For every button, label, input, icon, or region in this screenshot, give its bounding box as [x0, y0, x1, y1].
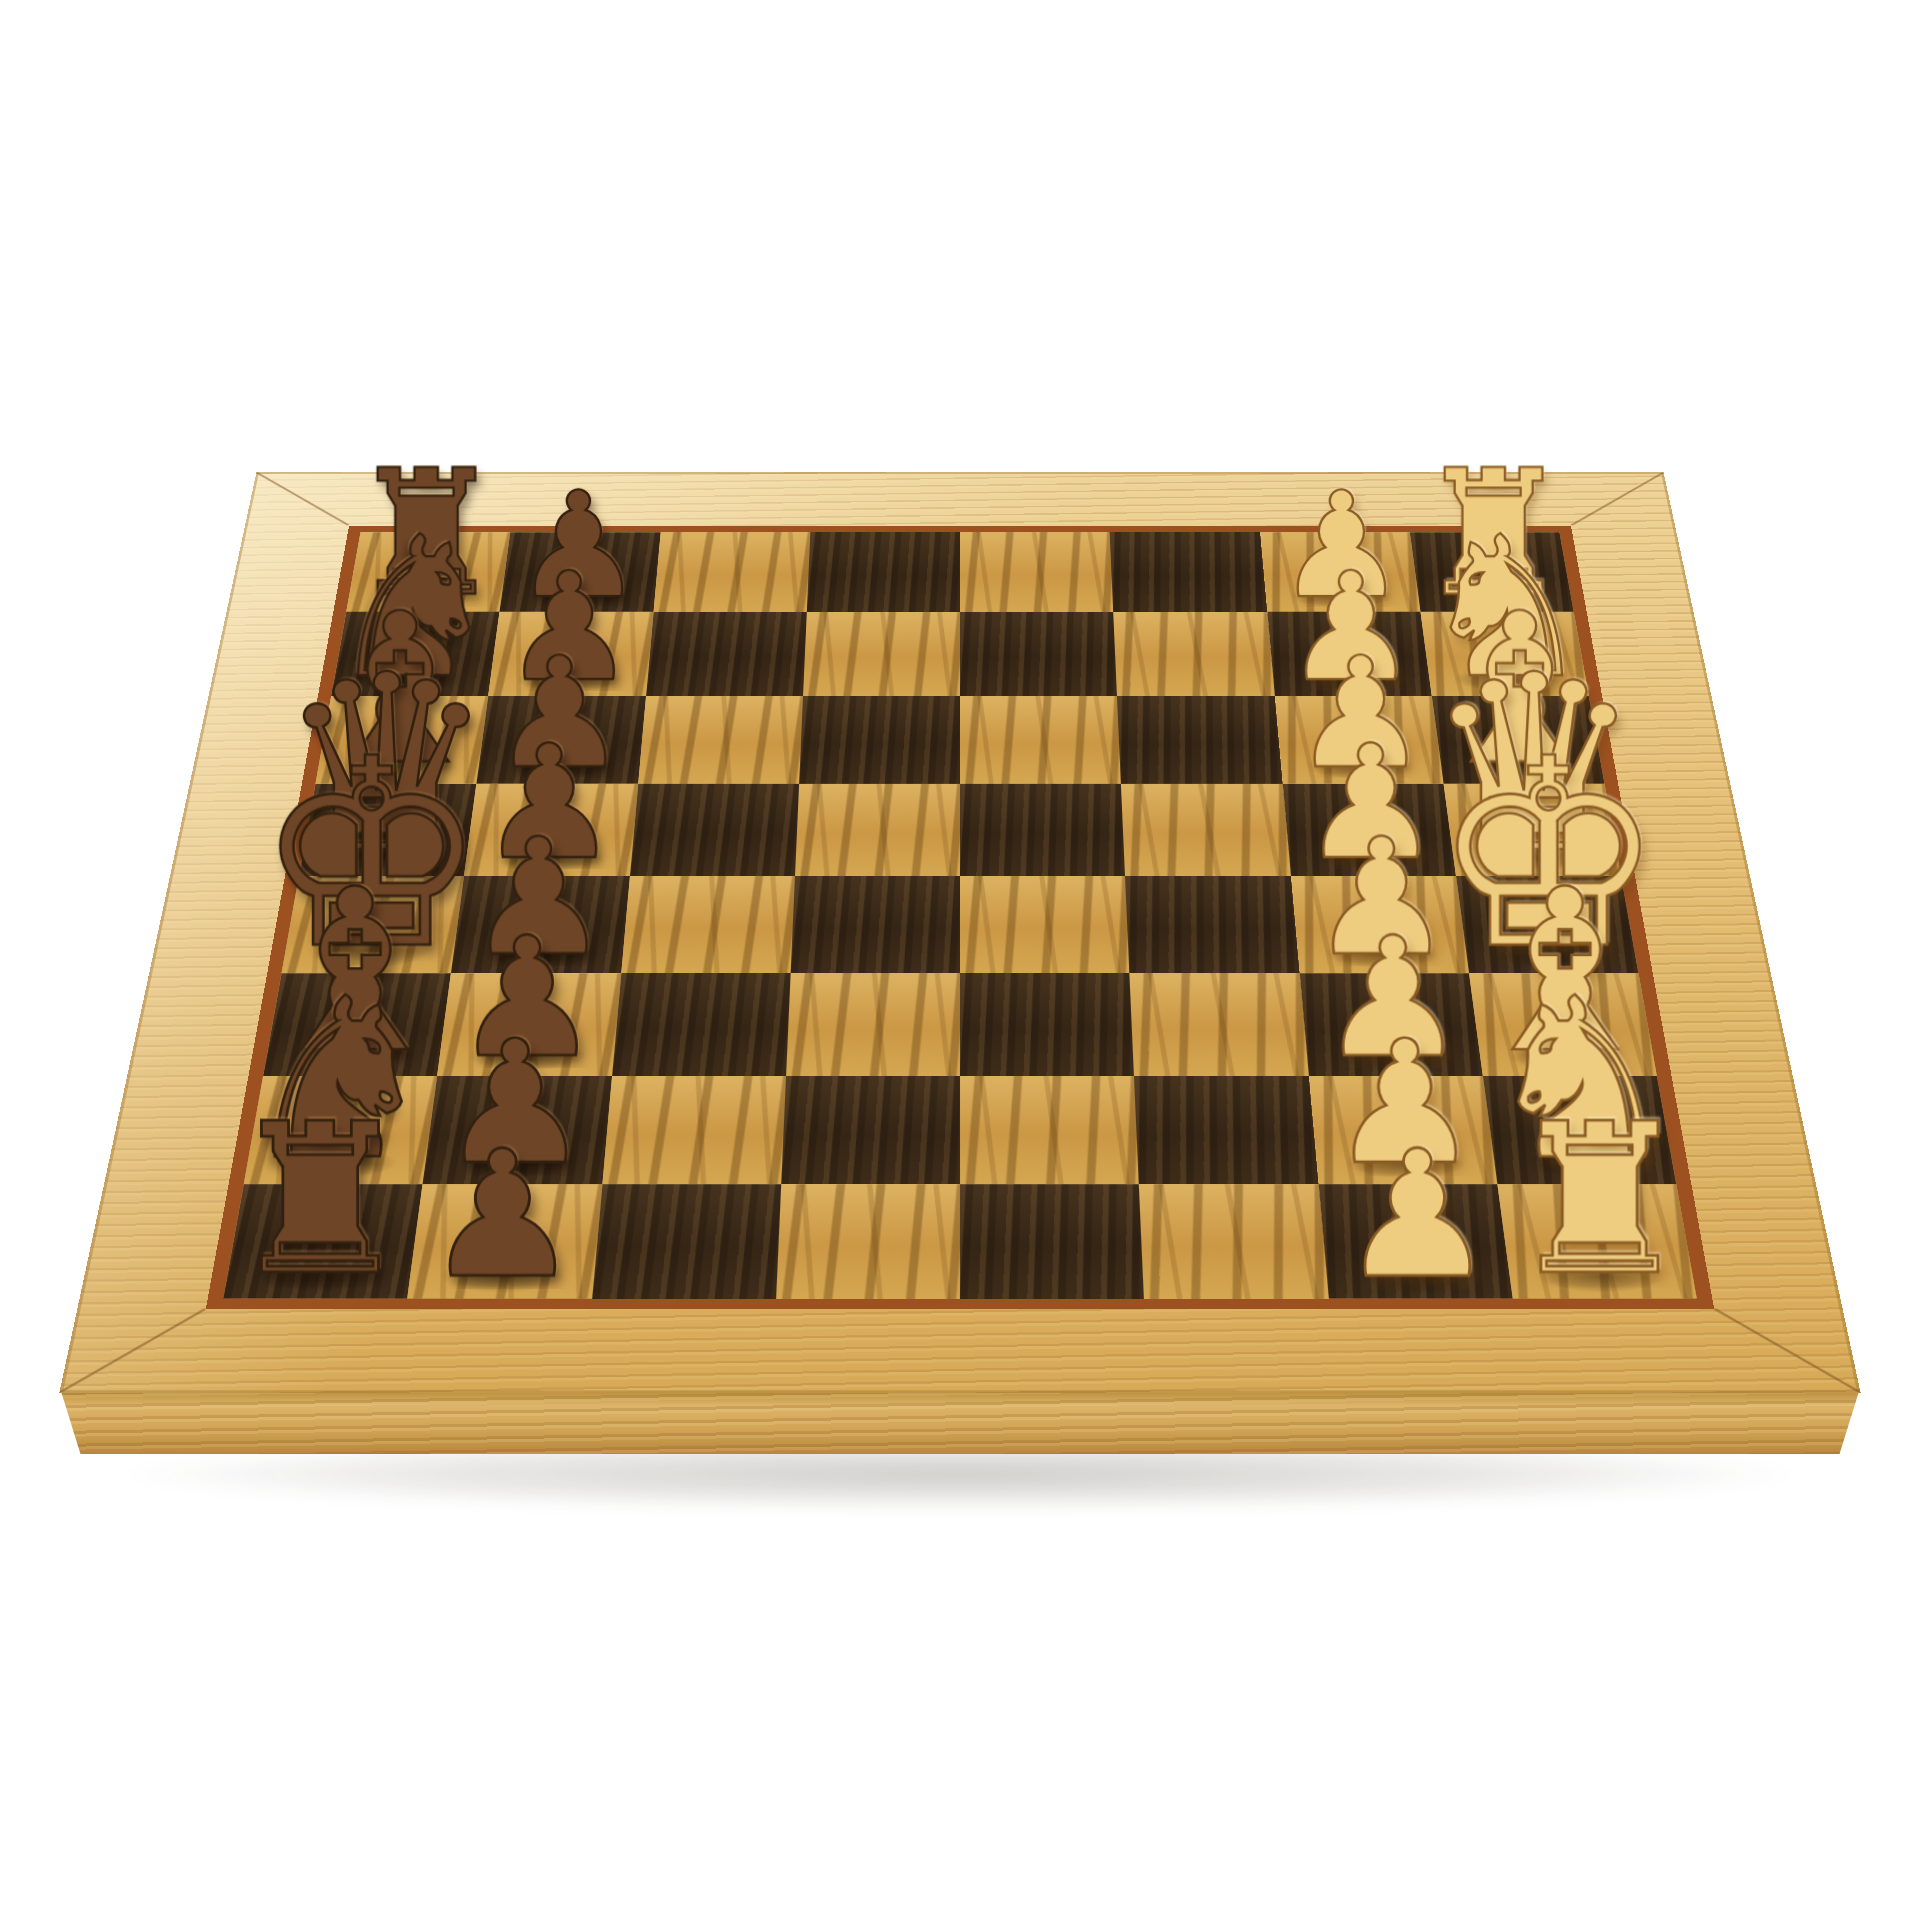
square-a4[interactable]	[960, 532, 1113, 612]
wooden-frame: ♜♟♟♜♞♟♟♞♝♟♟♝♛♟♟♛♚♟♟♚♝♟♟♝♞♟♟♞♜♟♟♜	[59, 472, 1860, 1392]
square-g6[interactable]	[602, 1076, 786, 1184]
square-b3[interactable]	[1113, 612, 1274, 696]
square-h3[interactable]	[1139, 1184, 1328, 1298]
square-h2[interactable]: ♟	[1318, 1184, 1512, 1298]
square-f4[interactable]	[960, 973, 1134, 1076]
square-e5[interactable]	[790, 876, 960, 973]
square-h1[interactable]: ♜	[1497, 1184, 1697, 1298]
frame-miter-bottom-right	[1714, 1309, 1860, 1393]
square-e4[interactable]	[960, 876, 1130, 973]
square-d3[interactable]	[1121, 784, 1290, 876]
square-a5[interactable]	[807, 532, 960, 612]
square-e3[interactable]	[1125, 876, 1299, 973]
square-b5[interactable]	[803, 612, 960, 696]
checkerboard: ♜♟♟♜♞♟♟♞♝♟♟♝♛♟♟♛♚♟♟♚♝♟♟♝♞♟♟♞♜♟♟♜	[223, 532, 1696, 1298]
square-b6[interactable]	[646, 612, 807, 696]
square-c4[interactable]	[960, 696, 1121, 784]
square-c3[interactable]	[1117, 696, 1282, 784]
square-g5[interactable]	[781, 1076, 960, 1184]
square-f6[interactable]	[612, 973, 791, 1076]
square-a6[interactable]	[653, 532, 810, 612]
white-rook-icon: ♜	[1507, 1101, 1694, 1299]
square-g3[interactable]	[1134, 1076, 1318, 1184]
square-c5[interactable]	[799, 696, 960, 784]
white-pawn-icon: ♟	[1339, 1131, 1496, 1297]
black-pawn-icon: ♟	[424, 1131, 581, 1297]
square-b4[interactable]	[960, 612, 1117, 696]
page-background: ♜♟♟♜♞♟♟♞♝♟♟♝♛♟♟♛♚♟♟♚♝♟♟♝♞♟♟♞♜♟♟♜	[0, 0, 1920, 1920]
frame-miter-bottom-left	[59, 1309, 205, 1393]
inlay-border: ♜♟♟♜♞♟♟♞♝♟♟♝♛♟♟♛♚♟♟♚♝♟♟♝♞♟♟♞♜♟♟♜	[206, 526, 1714, 1309]
square-h6[interactable]	[592, 1184, 781, 1298]
square-a3[interactable]	[1110, 532, 1267, 612]
square-h8[interactable]: ♜	[223, 1184, 423, 1298]
square-h5[interactable]	[776, 1184, 960, 1298]
square-e6[interactable]	[621, 876, 795, 973]
square-d4[interactable]	[960, 784, 1125, 876]
chess-scene: ♜♟♟♜♞♟♟♞♝♟♟♝♛♟♟♛♚♟♟♚♝♟♟♝♞♟♟♞♜♟♟♜	[0, 0, 1920, 1920]
square-f3[interactable]	[1130, 973, 1309, 1076]
square-d5[interactable]	[795, 784, 960, 876]
black-rook-icon: ♜	[227, 1101, 414, 1299]
square-h4[interactable]	[960, 1184, 1144, 1298]
square-d6[interactable]	[630, 784, 799, 876]
square-h7[interactable]: ♟	[407, 1184, 601, 1298]
square-f5[interactable]	[786, 973, 960, 1076]
square-c6[interactable]	[638, 696, 803, 784]
square-g4[interactable]	[960, 1076, 1139, 1184]
